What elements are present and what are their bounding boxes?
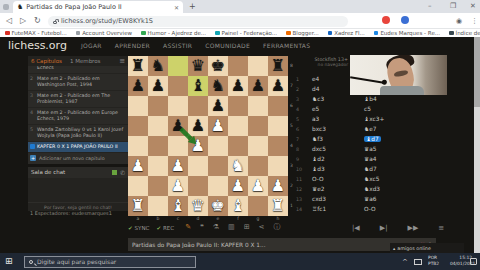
move-number: 11 (296, 177, 312, 182)
move-row: 13cxd3♛a6 (296, 194, 422, 204)
square-f8[interactable] (228, 56, 248, 76)
rank-coord-1: 1 (290, 203, 295, 208)
back-button[interactable]: ◁ (6, 17, 12, 25)
notification-center-icon[interactable] (470, 258, 477, 265)
move-white[interactable]: cxd3 (312, 196, 364, 202)
address-bar[interactable]: lichess.org/study/EW8KYk1S (48, 16, 348, 27)
square-e3[interactable] (208, 156, 228, 176)
move-number: 8 (296, 147, 312, 152)
white-pawn-g2[interactable]: ♟ (248, 176, 268, 196)
file-coord-h: h (268, 216, 288, 221)
chapter-label: Wanda Zartobliwy 0 vs 1 Karol Jozef Wojt… (37, 127, 126, 139)
move-number: 1 (296, 77, 312, 82)
current-move[interactable]: ♝d7 (364, 136, 381, 142)
move-black[interactable]: ♛a4 (364, 156, 416, 162)
study-title: Partidas do Papa João Paulo II: KAPFER 0… (132, 242, 417, 248)
move-row: 9♝d2♛a4 (296, 154, 422, 164)
white-bishop-c1[interactable]: ♝ (168, 196, 188, 216)
move-row: 4e5c5 (296, 104, 422, 114)
square-a4[interactable] (128, 136, 148, 156)
microphone-icon (350, 76, 384, 83)
square-f5[interactable] (228, 116, 248, 136)
bookmark-label: Eudes Marques - Re... (380, 30, 440, 36)
move-list: 1e4e62d4d53♞c3♝b44e5c55a3♝xc3+6bxc3♞e77♞… (296, 74, 422, 214)
nav-menu-button[interactable]: ≡ (438, 224, 444, 232)
white-knight-f3[interactable]: ♞ (228, 156, 248, 176)
chapter-label: Mate em 2 - Publicado em The Problemist,… (37, 93, 126, 105)
nav-next-button[interactable]: ▶| (380, 224, 388, 232)
square-b3[interactable] (148, 156, 168, 176)
sidebar-menu-icon[interactable]: ≡ (119, 57, 125, 65)
start-button[interactable]: ⊞ (5, 257, 13, 266)
move-row: 8dxc5♛a5 (296, 144, 422, 154)
bookmark-favicon-icon (286, 31, 291, 36)
lichess-nav-ferramentas[interactable]: FERRAMENTAS (263, 42, 310, 49)
bookmark-favicon-icon (374, 31, 379, 36)
move-row: 11O-O♞xc5 (296, 174, 422, 184)
chapter-number: 3 (30, 93, 37, 105)
tray-expand-icon[interactable]: ^ (402, 258, 408, 266)
square-d2[interactable] (188, 176, 208, 196)
extension-red-icon[interactable] (382, 16, 390, 24)
scrollbar-thumb[interactable] (474, 37, 480, 107)
black-king-e8[interactable]: ♚ (208, 56, 228, 76)
lichess-nav-jogar[interactable]: JOGAR (81, 42, 102, 49)
black-pawn-a7[interactable]: ♟ (128, 76, 148, 96)
square-c8[interactable] (168, 56, 188, 76)
move-black[interactable]: ♞xd3 (364, 186, 416, 192)
extension-blue-icon[interactable] (401, 16, 409, 24)
window-maximize-button[interactable]: ❐ (450, 2, 456, 10)
square-f4[interactable] (228, 136, 248, 156)
tab-members[interactable]: 1 Membros (70, 58, 101, 64)
square-f6[interactable] (228, 96, 248, 116)
brush-icon[interactable]: ✎ (185, 223, 191, 232)
move-black[interactable]: ♝b4 (364, 96, 416, 102)
rank-coord-4: 4 (290, 143, 295, 148)
chapter-number: 5 (30, 127, 37, 139)
move-white[interactable]: ♝d3 (312, 166, 364, 172)
move-white[interactable]: e5 (312, 106, 364, 112)
board-toolbar: ✔ SYNC ✔ REC ✎❝⚗▥⊞⋖ⓘ (128, 223, 280, 232)
move-white[interactable]: bxc3 (312, 126, 364, 132)
white-rook-a1[interactable]: ♜ (128, 196, 148, 216)
move-white[interactable]: ♞c3 (312, 96, 364, 102)
square-a5[interactable] (128, 116, 148, 136)
move-white[interactable]: ♛e2 (312, 186, 364, 192)
bookmark-item[interactable]: Account Overview (76, 30, 132, 36)
black-pawn-b7[interactable]: ♟ (148, 76, 168, 96)
move-row: 14♖fc1O-O (296, 204, 422, 214)
language-indicator[interactable]: POR PTB2 (428, 255, 439, 267)
white-rook-h1[interactable]: ♜ (268, 196, 288, 216)
black-rook-a8[interactable]: ♜ (128, 56, 148, 76)
square-b1[interactable] (148, 196, 168, 216)
square-h6[interactable] (268, 96, 288, 116)
lichess-header: lichess.org JOGARAPRENDERASSISTIRCOMUNID… (0, 37, 480, 54)
square-b5[interactable] (148, 116, 168, 136)
move-white[interactable]: ♞f3 (312, 136, 364, 142)
reload-button[interactable]: ↻ (34, 17, 41, 25)
bookmark-label: Account Overview (82, 30, 132, 36)
webcam-overlay (350, 55, 447, 95)
rank-coord-6: 6 (290, 103, 295, 108)
rank-coord-7: 7 (290, 83, 295, 88)
file-coord-f: f (228, 216, 248, 221)
add-chapter-button[interactable]: + Adicionar um novo capítulo (28, 153, 128, 164)
move-white[interactable]: dxc5 (312, 146, 364, 152)
url-text: lichess.org/study/EW8KYk1S (61, 17, 153, 25)
square-g3[interactable] (248, 156, 268, 176)
rank-coord-3: 3 (290, 163, 295, 168)
chapter-item[interactable]: KAPFER 0 X 1 PAPA JOÃO PAULO II (28, 142, 128, 153)
white-pawn-c3[interactable]: ♟ (168, 156, 188, 176)
rec-check-icon[interactable]: ✔ (156, 225, 161, 231)
move-white[interactable]: ♖fc1 (312, 206, 364, 212)
chapter-item[interactable]: 1Mate em 2 - Publicado em Europe Echecs (28, 66, 128, 74)
move-number: 6 (296, 127, 312, 132)
white-pawn-a3[interactable]: ♟ (128, 156, 148, 176)
chapter-number: 2 (30, 76, 37, 88)
search-placeholder: Digite aqui para pesquisar (37, 258, 116, 265)
forward-button[interactable]: ▷ (20, 17, 26, 25)
move-number: 3 (296, 97, 312, 102)
profile-avatar[interactable]: ◉ (456, 17, 462, 25)
sidebar-tabs: 6 Capítulos 1 Membros ≡ (28, 56, 128, 66)
move-black[interactable]: ♛a6 (364, 196, 416, 202)
move-number: 4 (296, 107, 312, 112)
chapter-label: KAPFER 0 X 1 PAPA JOÃO PAULO II (37, 144, 118, 150)
black-queen-d8[interactable]: ♛ (188, 56, 208, 76)
square-h3[interactable] (268, 156, 288, 176)
file-coord-d: d (188, 216, 208, 221)
search-icon (29, 260, 33, 264)
black-knight-e7[interactable]: ♞ (208, 76, 228, 96)
file-coord-g: g (248, 216, 268, 221)
chapter-item[interactable]: 5Wanda Zartobliwy 0 vs 1 Karol Jozef Woj… (28, 125, 128, 142)
bookmark-favicon-icon (76, 31, 81, 36)
move-row: 12♛e2♞xd3 (296, 184, 422, 194)
move-black[interactable]: ♞d7 (364, 166, 416, 172)
white-pawn-h2[interactable]: ♟ (268, 176, 288, 196)
move-number: 2 (296, 87, 312, 92)
presenter-shoulders (380, 86, 424, 95)
black-pawn-e6[interactable]: ♟ (208, 96, 228, 116)
chapter-label: Mate em 2 - Publicado em Europe Echecs (37, 66, 126, 71)
square-c4[interactable] (168, 136, 188, 156)
bookmarks-bar: FuteMAX - Futebol...Account OverviewHumo… (0, 29, 480, 37)
move-black[interactable]: ♞xc5 (364, 176, 416, 182)
move-number: 5 (296, 117, 312, 122)
bookmark-item[interactable]: FuteMAX - Futebol... (5, 30, 67, 36)
bookmark-item[interactable]: Índice de au... (449, 30, 480, 36)
square-g5[interactable] (248, 116, 268, 136)
chapter-label: Mate em 2 - Publicado em Washington Post… (37, 76, 126, 88)
move-black[interactable]: ♛a5 (364, 146, 416, 152)
bookmark-label: Humor - Ajedrez de... (148, 30, 207, 36)
bookmark-favicon-icon (449, 31, 454, 36)
square-g8[interactable] (248, 56, 268, 76)
rank-coord-8: 8 (290, 63, 295, 68)
tab-close-icon[interactable]: ✕ (174, 4, 179, 11)
white-pawn-e5[interactable]: ♟ (208, 116, 228, 136)
move-number: 14 (296, 207, 312, 212)
move-number: 7 (296, 137, 312, 142)
file-coord-b: b (148, 216, 168, 221)
bookmark-item[interactable]: Humor - Ajedrez de... (141, 30, 206, 36)
move-number: 12 (296, 187, 312, 192)
square-b2[interactable] (148, 176, 168, 196)
white-king-e1[interactable]: ♚ (208, 196, 228, 216)
chapter-number: 1 (30, 66, 37, 71)
info-icon[interactable]: ⓘ (273, 223, 280, 232)
taskbar-search-input[interactable]: Digite aqui para pesquisar (24, 256, 196, 268)
move-row: 3♞c3♝b4 (296, 94, 422, 104)
chapter-label: Mate em 2 - Publicado em Europe Echecs, … (37, 110, 126, 122)
square-b6[interactable] (148, 96, 168, 116)
lichess-nav: JOGARAPRENDERASSISTIRCOMUNIDADEFERRAMENT… (81, 42, 310, 49)
study-sidebar: 6 Capítulos 1 Membros ≡ 1Mate em 2 - Pub… (28, 56, 128, 211)
square-a2[interactable] (128, 176, 148, 196)
chat-messages[interactable] (28, 178, 128, 202)
move-row: 5a3♝xc3+ (296, 114, 422, 124)
nav-last-button[interactable]: ▶▶ (408, 224, 419, 232)
move-number: 13 (296, 197, 312, 202)
chapter-number: 4 (30, 110, 37, 122)
move-number: 9 (296, 157, 312, 162)
bookmark-item[interactable]: Painel - Federação... (215, 30, 277, 36)
bookmark-item[interactable]: Xadrez Fl... (328, 30, 365, 36)
chess-board[interactable]: ♜♞♛♚♜♟♟♝♞♟♟♟♟♟♟♟♟♟♟♞♟♟♟♟♜♝♛♚♝♜ (128, 56, 288, 216)
bookmark-favicon-icon (5, 31, 10, 36)
white-pawn-d4[interactable]: ♟ (188, 136, 208, 156)
move-navigation: |◀▶|▶▶≡ (352, 224, 444, 232)
tab-search-icon[interactable] (3, 4, 9, 10)
browser-tab[interactable]: ♞ Partidas do Papa João Paulo II ✕ (13, 1, 183, 13)
chat-title: Sala de chat (31, 169, 109, 175)
lichess-nav-assistir[interactable]: ASSISTIR (163, 42, 192, 49)
lichess-nav-aprender[interactable]: APRENDER (115, 42, 150, 49)
tab-chapters[interactable]: 6 Capítulos (31, 58, 62, 64)
move-black[interactable]: ♝xc3+ (364, 116, 416, 122)
white-pawn-f2[interactable]: ♟ (228, 176, 248, 196)
chapter-item[interactable]: 2Mate em 2 - Publicado em Washington Pos… (28, 74, 128, 91)
rec-label[interactable]: REC (163, 225, 174, 231)
move-white[interactable]: a3 (312, 116, 364, 122)
share-icon[interactable]: ⋖ (259, 223, 265, 232)
chat-header: Sala de chat ✆ (28, 167, 128, 178)
bookmark-label: Índice de au... (456, 30, 480, 36)
bookmark-label: Painel - Federação... (222, 30, 278, 36)
square-a6[interactable] (128, 96, 148, 116)
chapter-list: 1Mate em 2 - Publicado em Europe Echecs2… (28, 66, 128, 153)
square-d3[interactable] (188, 156, 208, 176)
network-icon[interactable] (414, 259, 422, 265)
move-black[interactable]: O-O (364, 206, 416, 212)
chart-icon[interactable]: ▥ (228, 223, 235, 232)
new-tab-button[interactable]: + (189, 3, 196, 11)
move-black[interactable]: ♞e7 (364, 126, 416, 132)
add-chapter-label: Adicionar um novo capítulo (39, 156, 105, 161)
nav-prev-button[interactable]: |◀ (352, 224, 360, 232)
square-h4[interactable] (268, 136, 288, 156)
black-pawn-h7[interactable]: ♟ (268, 76, 288, 96)
rank-coord-2: 2 (290, 183, 295, 188)
square-h5[interactable] (268, 116, 288, 136)
spectators-label: 1 Espectadores: eudesmarques1 (30, 210, 112, 216)
square-c6[interactable] (168, 96, 188, 116)
square-c7[interactable] (168, 76, 188, 96)
chapter-item[interactable]: 4Mate em 2 - Publicado em Europe Echecs,… (28, 108, 128, 125)
window-close-button[interactable]: ✕ (470, 2, 476, 10)
engine-location: no navegador (296, 62, 348, 67)
move-number: 10 (296, 167, 312, 172)
comment-icon[interactable]: ❝ (200, 223, 204, 232)
friends-online-bar[interactable]: ▴ amigos online (390, 243, 464, 253)
square-b4[interactable] (148, 136, 168, 156)
bookmark-item[interactable]: Eudes Marques - Re... (374, 30, 440, 36)
square-g6[interactable] (248, 96, 268, 116)
window-minimize-button[interactable]: – (428, 2, 432, 10)
move-white[interactable]: O-O (312, 176, 364, 182)
bookmark-item[interactable]: Blogger... (286, 30, 319, 36)
tray-date: 04/01/2021 (450, 261, 472, 267)
active-chapter-icon (30, 144, 35, 149)
file-coord-e: e (208, 216, 228, 221)
white-pawn-c2[interactable]: ♟ (168, 176, 188, 196)
lichess-nav-comunidade[interactable]: COMUNIDADE (205, 42, 250, 49)
chapter-item[interactable]: 3Mate em 2 - Publicado em The Problemist… (28, 91, 128, 108)
plus-icon: + (30, 155, 36, 161)
square-d6[interactable] (188, 96, 208, 116)
lichess-favicon-icon: ♞ (17, 4, 23, 11)
move-row: 6bxc3♞e7 (296, 124, 422, 134)
friends-online-label: amigos online (397, 246, 431, 251)
square-g1[interactable] (248, 196, 268, 216)
lichess-logo[interactable]: lichess.org (8, 39, 67, 52)
square-e4[interactable] (208, 136, 228, 156)
lock-icon (53, 21, 57, 24)
board-editor-icon[interactable]: ⊞ (244, 223, 250, 232)
black-rook-h8[interactable]: ♜ (268, 56, 288, 76)
browser-menu-icon[interactable]: ⋮ (471, 17, 478, 25)
bookmark-label: Blogger... (293, 30, 319, 36)
square-e2[interactable] (208, 176, 228, 196)
square-g4[interactable] (248, 136, 268, 156)
file-coord-c: c (168, 216, 188, 221)
tab-title: Partidas do Papa João Paulo II (26, 3, 171, 11)
file-coord-a: a (128, 216, 148, 221)
white-bishop-f1[interactable]: ♝ (228, 196, 248, 216)
engine-info: Stockfish 13+ no navegador (296, 57, 348, 67)
black-pawn-f7[interactable]: ♟ (228, 76, 248, 96)
sync-check-icon[interactable]: ✔ (128, 225, 133, 231)
phone-icon[interactable]: ✆ (120, 169, 125, 176)
move-black[interactable]: ♝d7 (364, 136, 416, 142)
white-queen-d1[interactable]: ♛ (188, 196, 208, 216)
move-black[interactable]: c5 (364, 106, 416, 112)
rank-coord-5: 5 (290, 123, 295, 128)
move-white[interactable]: ♝d2 (312, 156, 364, 162)
black-pawn-d5[interactable]: ♟ (188, 116, 208, 136)
black-bishop-d7[interactable]: ♝ (188, 76, 208, 96)
bookmark-favicon-icon (328, 31, 333, 36)
taskbar-clock[interactable]: 15:12 04/01/2021 (450, 255, 472, 267)
move-row: 10♝d3♞d7 (296, 164, 422, 174)
black-knight-b8[interactable]: ♞ (148, 56, 168, 76)
chevron-up-icon: ▴ (393, 246, 395, 251)
bookmark-favicon-icon (215, 31, 220, 36)
chat-online-indicator (112, 170, 117, 175)
bookmark-favicon-icon (141, 31, 146, 36)
bookmark-label: FuteMAX - Futebol... (12, 30, 67, 36)
move-row: 7♞f3♝d7 (296, 134, 422, 144)
bookmark-label: Xadrez Fl... (334, 30, 365, 36)
flask-icon[interactable]: ⚗ (213, 223, 219, 232)
black-pawn-c5[interactable]: ♟ (168, 116, 188, 136)
black-pawn-g7[interactable]: ♟ (248, 76, 268, 96)
sync-label[interactable]: SYNC (135, 225, 150, 231)
